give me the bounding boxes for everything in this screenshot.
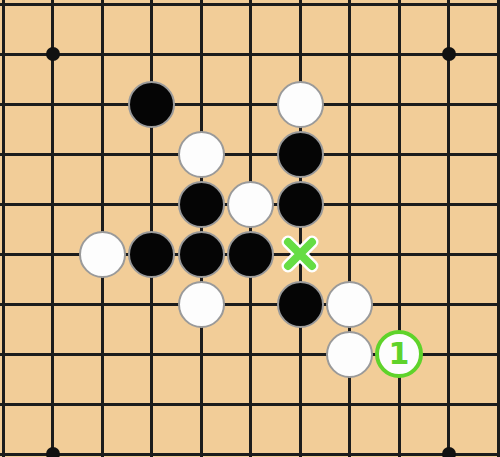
star-point bbox=[46, 447, 60, 457]
black-stone bbox=[128, 231, 175, 278]
grid-line-horizontal bbox=[0, 403, 500, 406]
white-stone bbox=[227, 181, 274, 228]
star-point bbox=[46, 47, 60, 61]
grid-line-vertical bbox=[348, 0, 351, 457]
move-number-label: 1 bbox=[389, 339, 410, 369]
white-stone bbox=[79, 231, 126, 278]
black-stone bbox=[277, 181, 324, 228]
black-stone bbox=[227, 231, 274, 278]
black-stone bbox=[178, 231, 225, 278]
grid-line-horizontal bbox=[0, 303, 500, 306]
grid-line-vertical bbox=[299, 0, 302, 457]
black-stone bbox=[178, 181, 225, 228]
black-stone bbox=[277, 131, 324, 178]
star-point bbox=[442, 47, 456, 61]
grid-line-horizontal bbox=[0, 353, 500, 356]
grid-line-vertical bbox=[51, 0, 54, 457]
grid-line-horizontal bbox=[0, 53, 500, 56]
black-stone bbox=[277, 281, 324, 328]
grid-line-horizontal bbox=[0, 153, 500, 156]
black-stone bbox=[128, 81, 175, 128]
grid-line-vertical bbox=[101, 0, 104, 457]
goban-board-surface[interactable]: 1 bbox=[0, 0, 500, 457]
grid-line-vertical bbox=[200, 0, 203, 457]
grid-line-vertical bbox=[2, 0, 5, 457]
grid-line-vertical bbox=[249, 0, 252, 457]
grid-line-horizontal bbox=[0, 103, 500, 106]
grid-line-vertical bbox=[497, 0, 500, 457]
grid-line-horizontal bbox=[0, 3, 500, 6]
grid-line-vertical bbox=[398, 0, 401, 457]
grid-line-horizontal bbox=[0, 453, 500, 456]
grid-line-vertical bbox=[447, 0, 450, 457]
star-point bbox=[442, 447, 456, 457]
move-1-white-stone: 1 bbox=[375, 330, 423, 378]
grid-line-vertical bbox=[150, 0, 153, 457]
highlight-x-marker[interactable] bbox=[279, 233, 321, 275]
white-stone bbox=[178, 281, 225, 328]
white-stone bbox=[326, 331, 373, 378]
white-stone bbox=[178, 131, 225, 178]
white-stone bbox=[277, 81, 324, 128]
white-stone bbox=[326, 281, 373, 328]
